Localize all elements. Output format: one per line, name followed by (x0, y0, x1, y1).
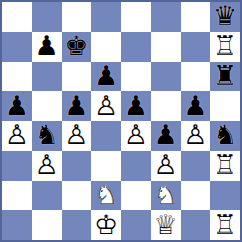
black-pawn: ♟ (62, 91, 92, 121)
square-h8[interactable]: ♛ (210, 2, 240, 32)
square-a8[interactable] (2, 2, 32, 32)
square-c3[interactable] (62, 151, 92, 181)
black-pawn: ♟ (91, 62, 121, 92)
square-c8[interactable] (62, 2, 92, 32)
square-c2[interactable] (62, 181, 92, 211)
black-pawn: ♟ (181, 91, 211, 121)
square-b3[interactable]: ♟♙ (32, 151, 62, 181)
square-e8[interactable] (121, 2, 151, 32)
square-e4[interactable]: ♟♙ (121, 121, 151, 151)
square-b1[interactable] (32, 210, 62, 240)
square-h6[interactable]: ♜ (210, 62, 240, 92)
square-a4[interactable]: ♟♙ (2, 121, 32, 151)
square-a1[interactable] (2, 210, 32, 240)
square-f1[interactable]: ♛♕ (151, 210, 181, 240)
square-d8[interactable] (91, 2, 121, 32)
square-e2[interactable] (121, 181, 151, 211)
white-pawn: ♟♙ (151, 151, 181, 181)
square-f6[interactable] (151, 62, 181, 92)
square-a6[interactable] (2, 62, 32, 92)
white-pawn: ♟♙ (2, 121, 32, 151)
black-queen: ♛ (210, 2, 240, 32)
white-rook: ♜♖ (210, 210, 240, 240)
square-c7[interactable]: ♚ (62, 32, 92, 62)
square-b4[interactable]: ♞ (32, 121, 62, 151)
black-knight: ♞ (210, 121, 240, 151)
chess-board-frame: ♛♟♚♜♖♟♜♟♟♟♙♟♟♟♙♞♟♙♟♙♟♟♙♞♟♙♟♙♜♖♞♘♞♘♚♔♛♕♜♖ (0, 0, 242, 242)
square-g2[interactable] (181, 181, 211, 211)
black-pawn: ♟ (2, 91, 32, 121)
square-b2[interactable] (32, 181, 62, 211)
square-g3[interactable] (181, 151, 211, 181)
square-g6[interactable] (181, 62, 211, 92)
square-d4[interactable] (91, 121, 121, 151)
white-king: ♚♔ (91, 210, 121, 240)
square-g4[interactable]: ♟♙ (181, 121, 211, 151)
square-f3[interactable]: ♟♙ (151, 151, 181, 181)
square-h5[interactable] (210, 91, 240, 121)
square-f4[interactable]: ♟ (151, 121, 181, 151)
square-b8[interactable] (32, 2, 62, 32)
square-g1[interactable] (181, 210, 211, 240)
white-pawn: ♟♙ (32, 151, 62, 181)
square-a3[interactable] (2, 151, 32, 181)
chess-board: ♛♟♚♜♖♟♜♟♟♟♙♟♟♟♙♞♟♙♟♙♟♟♙♞♟♙♟♙♜♖♞♘♞♘♚♔♛♕♜♖ (2, 2, 240, 240)
square-f8[interactable] (151, 2, 181, 32)
square-c1[interactable] (62, 210, 92, 240)
square-e1[interactable] (121, 210, 151, 240)
square-e6[interactable] (121, 62, 151, 92)
square-a7[interactable] (2, 32, 32, 62)
square-g8[interactable] (181, 2, 211, 32)
square-h4[interactable]: ♞ (210, 121, 240, 151)
square-a5[interactable]: ♟ (2, 91, 32, 121)
square-h1[interactable]: ♜♖ (210, 210, 240, 240)
square-d2[interactable]: ♞♘ (91, 181, 121, 211)
square-b5[interactable] (32, 91, 62, 121)
square-e7[interactable] (121, 32, 151, 62)
square-b7[interactable]: ♟ (32, 32, 62, 62)
white-pawn: ♟♙ (121, 121, 151, 151)
square-e5[interactable]: ♟ (121, 91, 151, 121)
white-knight: ♞♘ (91, 181, 121, 211)
square-d3[interactable] (91, 151, 121, 181)
white-knight: ♞♘ (151, 181, 181, 211)
white-rook: ♜♖ (210, 32, 240, 62)
square-d7[interactable] (91, 32, 121, 62)
square-g7[interactable] (181, 32, 211, 62)
square-b6[interactable] (32, 62, 62, 92)
black-knight: ♞ (32, 121, 62, 151)
square-d6[interactable]: ♟ (91, 62, 121, 92)
square-e3[interactable] (121, 151, 151, 181)
square-c6[interactable] (62, 62, 92, 92)
white-pawn: ♟♙ (181, 121, 211, 151)
black-rook: ♜ (210, 62, 240, 92)
square-f5[interactable] (151, 91, 181, 121)
square-a2[interactable] (2, 181, 32, 211)
white-pawn: ♟♙ (62, 121, 92, 151)
black-pawn: ♟ (121, 91, 151, 121)
square-g5[interactable]: ♟ (181, 91, 211, 121)
black-king: ♚ (62, 32, 92, 62)
square-c5[interactable]: ♟ (62, 91, 92, 121)
square-h3[interactable]: ♜♖ (210, 151, 240, 181)
white-rook: ♜♖ (210, 151, 240, 181)
white-pawn: ♟♙ (91, 91, 121, 121)
black-pawn: ♟ (151, 121, 181, 151)
white-queen: ♛♕ (151, 210, 181, 240)
square-c4[interactable]: ♟♙ (62, 121, 92, 151)
square-d5[interactable]: ♟♙ (91, 91, 121, 121)
square-d1[interactable]: ♚♔ (91, 210, 121, 240)
square-f7[interactable] (151, 32, 181, 62)
square-h2[interactable] (210, 181, 240, 211)
square-h7[interactable]: ♜♖ (210, 32, 240, 62)
square-f2[interactable]: ♞♘ (151, 181, 181, 211)
black-pawn: ♟ (32, 32, 62, 62)
